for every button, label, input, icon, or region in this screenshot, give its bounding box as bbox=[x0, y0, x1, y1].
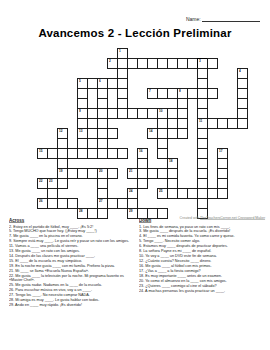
down-clues: Down 1. Los fines de semana, yo paso un … bbox=[139, 218, 267, 350]
clue-number: 5 bbox=[79, 79, 81, 82]
clue-number: 26 bbox=[39, 199, 43, 202]
grid-cell[interactable] bbox=[107, 168, 118, 179]
down-list: 1. Los fines de semana, yo paso un rato … bbox=[139, 224, 267, 292]
clue-number: 14 bbox=[149, 129, 153, 132]
clue-number: 15 bbox=[39, 149, 43, 152]
grid-cell[interactable] bbox=[177, 128, 188, 139]
clue-number: 12 bbox=[59, 129, 63, 132]
clue-number: 11 bbox=[199, 119, 202, 122]
crossword-grid: 1234567891011121314151617181920212223242… bbox=[37, 48, 258, 219]
across-heading: Across bbox=[9, 218, 137, 223]
clue-number: 19 bbox=[59, 169, 63, 172]
worksheet-page: Name: Avancemos 2 - Lección Preliminar 1… bbox=[0, 0, 270, 350]
grid-cell[interactable] bbox=[217, 188, 228, 199]
clue-number: 23 bbox=[49, 179, 53, 182]
clue-number: 3 bbox=[199, 59, 201, 62]
grid-cell[interactable] bbox=[57, 178, 68, 189]
name-row: Name: bbox=[186, 16, 260, 22]
grid-cell[interactable] bbox=[107, 128, 118, 139]
clue-item: 22. Me gusta ____ la televisión por la n… bbox=[9, 274, 137, 283]
clue-number: 9 bbox=[79, 109, 81, 112]
name-input-line[interactable] bbox=[202, 16, 260, 22]
clue-item: 29. Ando en ____ muy rápido. ¡Es diverti… bbox=[9, 303, 137, 307]
name-label: Name: bbox=[186, 16, 201, 22]
clue-number: 22 bbox=[39, 179, 43, 182]
clue-number: 2 bbox=[109, 59, 111, 62]
clue-number: 27 bbox=[99, 199, 103, 202]
clue-number: 4 bbox=[239, 69, 241, 72]
grid-cell[interactable] bbox=[237, 118, 248, 129]
clue-number: 6 bbox=[99, 79, 101, 82]
clue-item: 24. A muchas personas les gusta practica… bbox=[139, 288, 267, 292]
clue-number: 7 bbox=[149, 89, 151, 92]
clue-number: 20 bbox=[99, 169, 103, 172]
clue-number: 17 bbox=[219, 149, 223, 152]
clue-number: 21 bbox=[129, 169, 133, 172]
page-title: Avancemos 2 - Lección Preliminar bbox=[0, 27, 270, 39]
clue-number: 8 bbox=[179, 89, 181, 92]
grid-cell[interactable] bbox=[137, 178, 148, 189]
grid-cell[interactable] bbox=[207, 58, 218, 69]
across-list: 2. Estoy en el partido de fútbol, muy __… bbox=[9, 224, 137, 307]
across-clues: Across 2. Estoy en el partido de fútbol,… bbox=[9, 218, 137, 350]
clue-number: 1 bbox=[119, 49, 121, 52]
clue-number: 24 bbox=[129, 189, 133, 192]
grid-cell[interactable] bbox=[117, 148, 128, 159]
clue-number: 25 bbox=[159, 189, 163, 192]
down-heading: Down bbox=[139, 218, 267, 223]
clue-number: 18 bbox=[169, 159, 173, 162]
clue-number: 13 bbox=[79, 129, 83, 132]
clue-number: 10 bbox=[159, 109, 163, 112]
grid-cell[interactable] bbox=[207, 88, 218, 99]
clue-number: 16 bbox=[139, 149, 143, 152]
